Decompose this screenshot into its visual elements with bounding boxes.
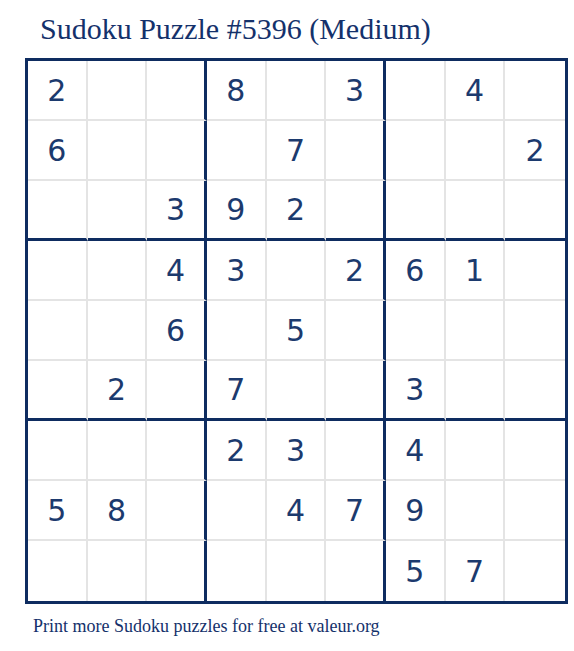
cell-r3c9 <box>505 181 565 241</box>
cell-r2c6 <box>326 121 386 181</box>
cell-r7c9 <box>505 421 565 481</box>
cell-r9c3 <box>147 541 207 601</box>
cell-r1c3 <box>147 61 207 121</box>
cell-r4c5 <box>267 241 327 301</box>
cell-r7c8 <box>446 421 506 481</box>
cell-r9c4 <box>207 541 267 601</box>
cell-r8c5: 4 <box>267 481 327 541</box>
cell-r6c6 <box>326 361 386 421</box>
cell-r4c8: 1 <box>446 241 506 301</box>
cell-r6c3 <box>147 361 207 421</box>
cell-r5c8 <box>446 301 506 361</box>
cell-r8c8 <box>446 481 506 541</box>
cell-r5c5: 5 <box>267 301 327 361</box>
page-title: Sudoku Puzzle #5396 (Medium) <box>40 12 431 46</box>
cell-r9c6 <box>326 541 386 601</box>
cell-r6c5 <box>267 361 327 421</box>
cell-r9c7: 5 <box>386 541 446 601</box>
cell-r1c7 <box>386 61 446 121</box>
cell-r8c1: 5 <box>28 481 88 541</box>
cell-r5c4 <box>207 301 267 361</box>
cell-r4c9 <box>505 241 565 301</box>
cell-r3c5: 2 <box>267 181 327 241</box>
cell-r1c8: 4 <box>446 61 506 121</box>
cell-r3c3: 3 <box>147 181 207 241</box>
cell-r6c8 <box>446 361 506 421</box>
cell-r5c9 <box>505 301 565 361</box>
cell-r7c3 <box>147 421 207 481</box>
cell-r7c2 <box>88 421 148 481</box>
cell-r9c8: 7 <box>446 541 506 601</box>
cell-r6c9 <box>505 361 565 421</box>
cell-r9c9 <box>505 541 565 601</box>
cell-r4c7: 6 <box>386 241 446 301</box>
cell-r2c8 <box>446 121 506 181</box>
cell-r6c1 <box>28 361 88 421</box>
cell-r2c5: 7 <box>267 121 327 181</box>
cell-r8c2: 8 <box>88 481 148 541</box>
cell-r4c4: 3 <box>207 241 267 301</box>
cell-r2c3 <box>147 121 207 181</box>
cell-r2c7 <box>386 121 446 181</box>
cell-r3c2 <box>88 181 148 241</box>
cell-r8c6: 7 <box>326 481 386 541</box>
cell-r4c6: 2 <box>326 241 386 301</box>
cell-r4c3: 4 <box>147 241 207 301</box>
cell-r2c9: 2 <box>505 121 565 181</box>
sudoku-board: 283467239243261652732345847957 <box>25 58 568 604</box>
cell-r2c1: 6 <box>28 121 88 181</box>
cell-r3c4: 9 <box>207 181 267 241</box>
cell-r1c2 <box>88 61 148 121</box>
cell-r3c6 <box>326 181 386 241</box>
footer-text: Print more Sudoku puzzles for free at va… <box>33 616 380 637</box>
cell-r3c7 <box>386 181 446 241</box>
cell-r7c4: 2 <box>207 421 267 481</box>
sudoku-print-page: Sudoku Puzzle #5396 (Medium) 28346723924… <box>0 0 574 651</box>
cell-r6c2: 2 <box>88 361 148 421</box>
cell-r2c4 <box>207 121 267 181</box>
cell-r5c3: 6 <box>147 301 207 361</box>
cell-r1c1: 2 <box>28 61 88 121</box>
cell-r1c4: 8 <box>207 61 267 121</box>
cell-r7c1 <box>28 421 88 481</box>
cell-r3c1 <box>28 181 88 241</box>
cell-r2c2 <box>88 121 148 181</box>
cell-r7c6 <box>326 421 386 481</box>
cell-r8c7: 9 <box>386 481 446 541</box>
cell-r3c8 <box>446 181 506 241</box>
cell-r5c6 <box>326 301 386 361</box>
cell-r4c2 <box>88 241 148 301</box>
cell-r1c5 <box>267 61 327 121</box>
cell-r7c7: 4 <box>386 421 446 481</box>
cell-r5c2 <box>88 301 148 361</box>
cell-r6c4: 7 <box>207 361 267 421</box>
cell-r9c5 <box>267 541 327 601</box>
cell-r5c1 <box>28 301 88 361</box>
cell-r1c6: 3 <box>326 61 386 121</box>
cell-r8c3 <box>147 481 207 541</box>
cell-r5c7 <box>386 301 446 361</box>
cell-r8c4 <box>207 481 267 541</box>
cell-r6c7: 3 <box>386 361 446 421</box>
cell-r7c5: 3 <box>267 421 327 481</box>
cell-r1c9 <box>505 61 565 121</box>
cell-r9c2 <box>88 541 148 601</box>
cell-r4c1 <box>28 241 88 301</box>
cell-r8c9 <box>505 481 565 541</box>
cell-r9c1 <box>28 541 88 601</box>
